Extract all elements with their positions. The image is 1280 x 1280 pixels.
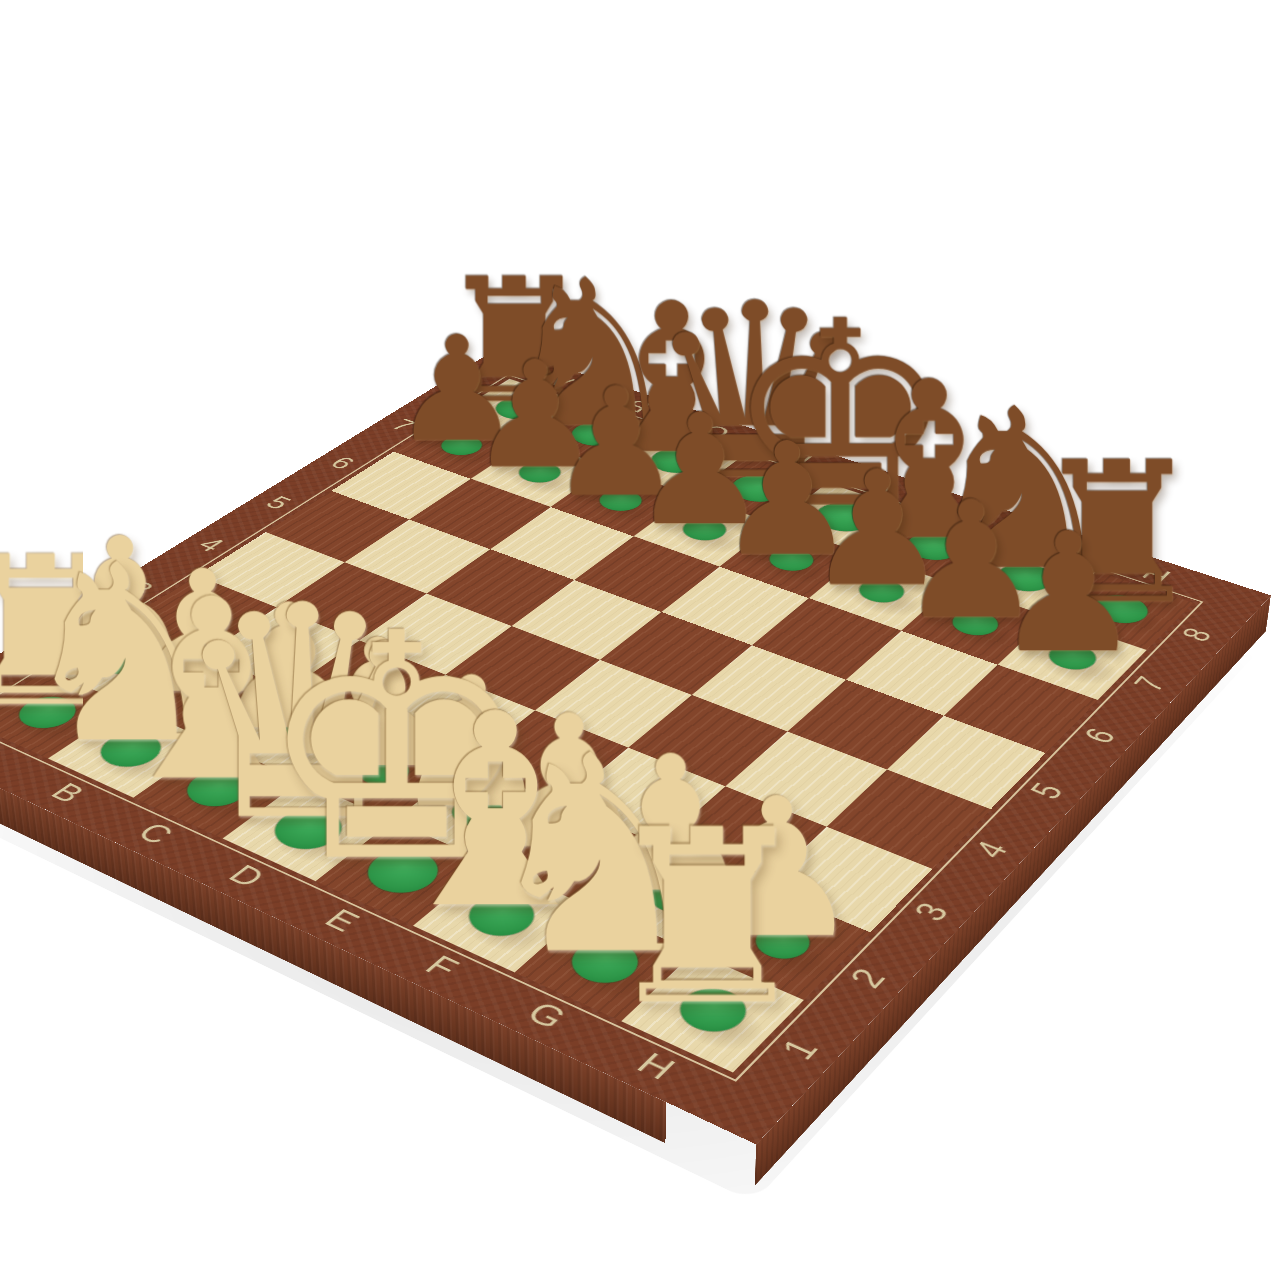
file-label-near-h: H [630, 1048, 681, 1085]
file-label-near-b: B [44, 779, 90, 806]
product-photo-page: ♜♞♝♛♚♝♞♜♟♟♟♟♟♟♟♟♟♟♟♟♟♟♟♟♜♞♝♛♚♝♞♜ AABBCCD… [0, 0, 1280, 1280]
white-rook-glyph: ♜ [599, 798, 815, 1038]
board-top-face: ♜♞♝♛♚♝♞♜♟♟♟♟♟♟♟♟♟♟♟♟♟♟♟♟♜♞♝♛♚♝♞♜ AABBCCD… [0, 347, 1271, 1144]
rank-label-right-5: 5 [1025, 780, 1070, 803]
black-pawn-glyph: ♟ [994, 511, 1142, 676]
rank-label-right-7: 7 [1129, 674, 1171, 695]
rank-label-right-1: 1 [775, 1034, 825, 1064]
rank-label-right-4: 4 [968, 837, 1014, 862]
rank-label-right-2: 2 [844, 964, 893, 992]
rank-label-right-8: 8 [1177, 625, 1218, 645]
chessboard: ♜♞♝♛♚♝♞♜♟♟♟♟♟♟♟♟♟♟♟♟♟♟♟♟♜♞♝♛♚♝♞♜ AABBCCD… [0, 347, 1271, 1144]
file-label-near-e: E [318, 905, 366, 936]
rank-label-right-3: 3 [908, 899, 955, 925]
camera-scene: ♜♞♝♛♚♝♞♜♟♟♟♟♟♟♟♟♟♟♟♟♟♟♟♟♜♞♝♛♚♝♞♜ AABBCCD… [0, 0, 1280, 1280]
rank-label-right-6: 6 [1079, 725, 1122, 747]
file-label-near-f: F [419, 951, 465, 983]
